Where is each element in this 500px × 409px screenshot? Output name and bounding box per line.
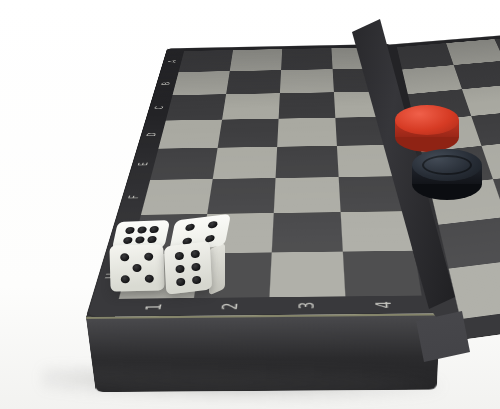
die-pip — [124, 227, 135, 234]
square-A2[interactable] — [230, 49, 282, 71]
die-right-side-face — [209, 242, 225, 295]
square-C3[interactable] — [279, 92, 336, 118]
die-pip — [174, 251, 183, 260]
square-D3[interactable] — [277, 118, 337, 147]
die-pip — [192, 262, 201, 271]
die-pip — [135, 236, 146, 243]
square-H4[interactable] — [343, 251, 422, 297]
die-pip — [120, 253, 129, 261]
die-pip — [132, 264, 141, 272]
die-left-front-face — [109, 244, 164, 291]
rank-label-D: D — [118, 129, 184, 139]
square-D2[interactable] — [218, 119, 279, 148]
die-pip — [191, 249, 200, 258]
rank-label-B: B — [136, 79, 196, 88]
red-checker-top — [395, 105, 459, 135]
box-front-wall — [86, 313, 440, 392]
square-B2[interactable] — [226, 70, 281, 94]
square-E3[interactable] — [276, 146, 339, 178]
square-H3[interactable] — [269, 252, 345, 298]
square-C2[interactable] — [222, 93, 280, 119]
die-pip — [192, 276, 201, 285]
square-G3[interactable] — [272, 212, 343, 252]
die-pip — [145, 275, 154, 283]
square-E2[interactable] — [213, 147, 277, 179]
die-pip — [137, 226, 148, 233]
die-pip — [147, 236, 158, 243]
die-pip — [176, 278, 185, 287]
die-pip — [175, 264, 184, 273]
square-H5[interactable] — [449, 260, 500, 319]
travel-chess-set-photo: ABCDEFGH 1234 — [0, 0, 500, 409]
square-A3[interactable] — [281, 48, 333, 70]
square-B3[interactable] — [280, 69, 334, 93]
square-E6[interactable] — [481, 140, 500, 179]
die-pip — [120, 275, 129, 283]
rank-label-E: E — [108, 158, 178, 169]
die-pip — [185, 223, 196, 231]
square-B6[interactable] — [454, 61, 500, 90]
die-pip — [145, 253, 154, 261]
die-pip — [122, 237, 133, 244]
die-pip — [149, 226, 160, 233]
die-left[interactable] — [110, 221, 168, 293]
square-F2[interactable] — [207, 178, 275, 214]
black-checker[interactable] — [412, 147, 482, 203]
die-right-front-face — [164, 241, 212, 295]
black-checker-top — [412, 149, 482, 181]
die-right[interactable] — [165, 216, 229, 294]
square-G5[interactable] — [438, 217, 500, 269]
square-F6[interactable] — [493, 172, 500, 216]
square-E1[interactable] — [150, 148, 217, 180]
rank-label-A: A — [144, 57, 201, 65]
rank-label-F: F — [97, 191, 171, 204]
die-pip — [207, 221, 218, 229]
rank-label-C: C — [128, 103, 191, 113]
square-F3[interactable] — [274, 177, 341, 213]
square-F1[interactable] — [141, 179, 213, 215]
